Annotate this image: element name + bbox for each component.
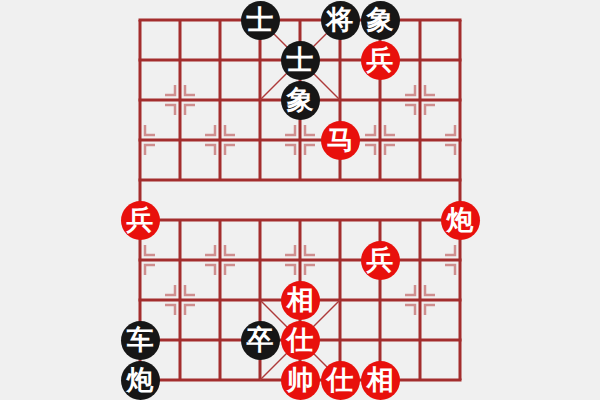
red-elephant[interactable]: 相 [361, 361, 400, 400]
black-cannon[interactable]: 炮 [121, 361, 160, 400]
black-advisor[interactable]: 士 [241, 1, 280, 40]
red-advisor[interactable]: 仕 [281, 321, 320, 360]
black-chariot[interactable]: 车 [121, 321, 160, 360]
black-general[interactable]: 将 [321, 1, 360, 40]
xiangqi-board-screen: 士将象士兵象马兵炮兵相车卒仕炮帅仕相 [0, 0, 600, 400]
black-advisor[interactable]: 士 [281, 41, 320, 80]
red-soldier[interactable]: 兵 [361, 241, 400, 280]
black-elephant[interactable]: 象 [281, 81, 320, 120]
red-cannon[interactable]: 炮 [441, 201, 480, 240]
red-advisor[interactable]: 仕 [321, 361, 360, 400]
red-soldier[interactable]: 兵 [361, 41, 400, 80]
red-general[interactable]: 帅 [281, 361, 320, 400]
piece-layer: 士将象士兵象马兵炮兵相车卒仕炮帅仕相 [120, 0, 480, 400]
red-elephant[interactable]: 相 [281, 281, 320, 320]
black-elephant[interactable]: 象 [361, 1, 400, 40]
red-soldier[interactable]: 兵 [121, 201, 160, 240]
black-soldier[interactable]: 卒 [241, 321, 280, 360]
red-horse[interactable]: 马 [321, 121, 360, 160]
